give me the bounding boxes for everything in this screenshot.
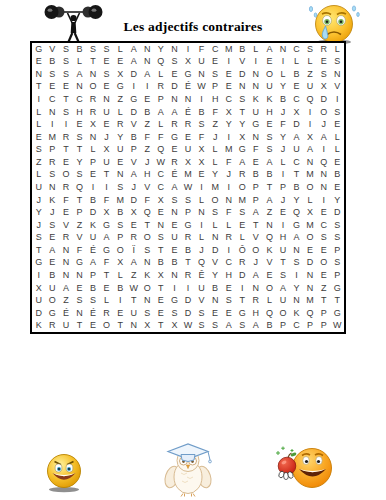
cell-r17c9: S <box>141 244 155 257</box>
cell-r9c6: X <box>100 144 114 157</box>
cell-r18c3: N <box>59 257 73 270</box>
cell-r17c17: O <box>249 244 263 257</box>
cell-r4c13: W <box>195 81 209 94</box>
cell-r2c10: Q <box>154 56 168 69</box>
cell-r18c16: R <box>235 257 249 270</box>
cell-r5c2: C <box>46 93 60 106</box>
cell-r15c2: S <box>46 219 60 232</box>
cell-r19c23: P <box>330 269 344 282</box>
cell-r19c14: Y <box>208 269 222 282</box>
cell-r3c7: X <box>113 68 127 81</box>
cell-r16c21: O <box>303 231 317 244</box>
cell-r4c2: E <box>46 81 60 94</box>
cell-r15c22: C <box>317 219 331 232</box>
cell-r8c2: M <box>46 131 60 144</box>
cell-r23c21: P <box>303 319 317 332</box>
cell-r19c16: D <box>235 269 249 282</box>
cell-r6c20: X <box>290 106 304 119</box>
cell-r22c23: G <box>330 307 344 320</box>
cell-r19c22: E <box>317 269 331 282</box>
cell-r4c11: D <box>168 81 182 94</box>
cell-r7c2: I <box>46 118 60 131</box>
cell-r19c21: N <box>303 269 317 282</box>
crying-emoji-svg <box>298 2 366 44</box>
cell-r10c14: L <box>208 156 222 169</box>
cell-r17c2: A <box>46 244 60 257</box>
cell-r3c16: D <box>235 68 249 81</box>
cell-r1c17: L <box>249 43 263 56</box>
cell-r13c16: M <box>235 194 249 207</box>
cell-r22c17: H <box>249 307 263 320</box>
cell-r8c13: F <box>195 131 209 144</box>
cell-r20c7: B <box>113 282 127 295</box>
cell-r16c17: V <box>249 231 263 244</box>
cell-r3c13: N <box>195 68 209 81</box>
cell-r4c4: N <box>73 81 87 94</box>
cell-r4c16: N <box>235 81 249 94</box>
cell-r3c22: S <box>317 68 331 81</box>
cell-r6c13: B <box>195 106 209 119</box>
cell-r12c12: W <box>181 181 195 194</box>
cell-r3c1: N <box>32 68 46 81</box>
cell-r21c3: Z <box>59 294 73 307</box>
cell-r9c19: J <box>276 144 290 157</box>
cell-r19c9: K <box>141 269 155 282</box>
cell-r13c11: S <box>168 194 182 207</box>
cell-r5c5: R <box>86 93 100 106</box>
cell-r12c23: E <box>330 181 344 194</box>
cell-r12c7: S <box>113 181 127 194</box>
cell-r19c1: I <box>32 269 46 282</box>
cell-r3c4: A <box>73 68 87 81</box>
cell-r8c16: X <box>235 131 249 144</box>
cell-r5c19: B <box>276 93 290 106</box>
cell-r7c18: E <box>263 118 277 131</box>
cell-r1c22: R <box>317 43 331 56</box>
cell-r9c10: Q <box>154 144 168 157</box>
cell-r9c1: S <box>32 144 46 157</box>
cell-r14c10: E <box>154 206 168 219</box>
cell-r7c20: D <box>290 118 304 131</box>
cell-r21c14: N <box>208 294 222 307</box>
cell-r16c15: R <box>222 231 236 244</box>
cell-r18c13: Q <box>195 257 209 270</box>
cell-r21c17: R <box>249 294 263 307</box>
cell-r8c1: E <box>32 131 46 144</box>
cell-r19c13: Ê <box>195 269 209 282</box>
grinning-smiley-svg <box>43 451 85 493</box>
cell-r18c5: A <box>86 257 100 270</box>
worksheet-page: Les adjectifs contraires <box>0 0 386 500</box>
cell-r20c12: I <box>181 282 195 295</box>
cell-r2c18: E <box>263 56 277 69</box>
cell-r21c23: T <box>330 294 344 307</box>
cell-r18c15: C <box>222 257 236 270</box>
cell-r18c14: V <box>208 257 222 270</box>
cell-r4c14: P <box>208 81 222 94</box>
cell-r22c9: S <box>141 307 155 320</box>
cell-r1c18: A <box>263 43 277 56</box>
cell-r10c8: V <box>127 156 141 169</box>
cell-r23c7: T <box>113 319 127 332</box>
grinning-smiley-icon <box>43 451 85 497</box>
cell-r23c11: X <box>168 319 182 332</box>
cell-r15c18: N <box>263 219 277 232</box>
cell-r13c21: L <box>303 194 317 207</box>
cell-r17c11: E <box>168 244 182 257</box>
cell-r13c9: F <box>141 194 155 207</box>
cell-r22c12: D <box>181 307 195 320</box>
cell-r8c11: G <box>168 131 182 144</box>
cell-r22c15: E <box>222 307 236 320</box>
cell-r13c7: M <box>113 194 127 207</box>
cell-r4c6: E <box>100 81 114 94</box>
cell-r9c20: U <box>290 144 304 157</box>
cell-r20c9: O <box>141 282 155 295</box>
cell-r8c14: J <box>208 131 222 144</box>
cell-r3c18: O <box>263 68 277 81</box>
cell-r15c21: M <box>303 219 317 232</box>
cell-r23c20: C <box>290 319 304 332</box>
cell-r17c3: N <box>59 244 73 257</box>
cell-r19c3: N <box>59 269 73 282</box>
cell-r20c22: Z <box>317 282 331 295</box>
cell-r7c7: R <box>113 118 127 131</box>
cell-r11c9: H <box>141 169 155 182</box>
cell-r18c7: X <box>113 257 127 270</box>
cell-r17c22: E <box>317 244 331 257</box>
cell-r22c19: O <box>276 307 290 320</box>
cell-r19c19: S <box>276 269 290 282</box>
cell-r2c16: V <box>235 56 249 69</box>
cell-r22c8: U <box>127 307 141 320</box>
cell-r18c4: G <box>73 257 87 270</box>
cell-r11c14: Y <box>208 169 222 182</box>
cell-r18c12: T <box>181 257 195 270</box>
cell-r10c21: N <box>303 156 317 169</box>
cell-r8c15: I <box>222 131 236 144</box>
cell-r6c14: F <box>208 106 222 119</box>
cell-r16c20: A <box>290 231 304 244</box>
cell-r3c14: S <box>208 68 222 81</box>
cell-r5c21: Q <box>303 93 317 106</box>
cell-r22c4: N <box>73 307 87 320</box>
cell-r18c23: S <box>330 257 344 270</box>
cell-r5c22: D <box>317 93 331 106</box>
cell-r9c3: T <box>59 144 73 157</box>
cell-r4c7: G <box>113 81 127 94</box>
cell-r10c18: A <box>263 156 277 169</box>
cell-r19c18: E <box>263 269 277 282</box>
cell-r3c5: N <box>86 68 100 81</box>
cell-r3c10: L <box>154 68 168 81</box>
cell-r14c9: Q <box>141 206 155 219</box>
cell-r18c1: G <box>32 257 46 270</box>
cell-r14c22: E <box>317 206 331 219</box>
cell-r6c15: X <box>222 106 236 119</box>
cell-r13c18: A <box>263 194 277 207</box>
cell-r16c3: R <box>59 231 73 244</box>
cell-r18c19: T <box>276 257 290 270</box>
cell-r23c22: P <box>317 319 331 332</box>
cell-r9c4: T <box>73 144 87 157</box>
cell-r15c11: E <box>168 219 182 232</box>
cell-r5c3: T <box>59 93 73 106</box>
cell-r1c3: S <box>59 43 73 56</box>
cell-r5c4: C <box>73 93 87 106</box>
cell-r22c6: R <box>100 307 114 320</box>
cell-r6c21: I <box>303 106 317 119</box>
cell-r2c21: L <box>303 56 317 69</box>
cell-r7c6: E <box>100 118 114 131</box>
cell-r5c10: P <box>154 93 168 106</box>
cell-r17c16: Ô <box>235 244 249 257</box>
cell-r11c18: B <box>263 169 277 182</box>
cell-r3c12: G <box>181 68 195 81</box>
cell-r3c9: A <box>141 68 155 81</box>
cell-r4c1: T <box>32 81 46 94</box>
cell-r9c2: P <box>46 144 60 157</box>
smiley-with-apple-icon <box>274 442 334 498</box>
cell-r6c19: J <box>276 106 290 119</box>
cell-r3c17: N <box>249 68 263 81</box>
cell-r19c4: N <box>73 269 87 282</box>
cell-r19c12: R <box>181 269 195 282</box>
cell-r23c5: E <box>86 319 100 332</box>
cell-r13c17: P <box>249 194 263 207</box>
cell-r23c1: K <box>32 319 46 332</box>
cell-r2c12: X <box>181 56 195 69</box>
cell-r16c9: O <box>141 231 155 244</box>
cell-r20c10: T <box>154 282 168 295</box>
cell-r14c21: X <box>303 206 317 219</box>
cell-r9c14: L <box>208 144 222 157</box>
cell-r23c13: S <box>195 319 209 332</box>
cell-r14c12: P <box>181 206 195 219</box>
cell-r21c16: T <box>235 294 249 307</box>
cell-r7c16: Y <box>235 118 249 131</box>
cell-r13c15: N <box>222 194 236 207</box>
cell-r18c2: E <box>46 257 60 270</box>
cell-r1c4: B <box>73 43 87 56</box>
cell-r20c4: E <box>73 282 87 295</box>
cell-r14c8: X <box>127 206 141 219</box>
cell-r3c3: S <box>59 68 73 81</box>
cell-r21c7: I <box>113 294 127 307</box>
cell-r11c22: N <box>317 169 331 182</box>
cell-r5c1: I <box>32 93 46 106</box>
cell-r12c9: V <box>141 181 155 194</box>
cell-r16c19: H <box>276 231 290 244</box>
cell-r6c8: D <box>127 106 141 119</box>
cell-r2c23: S <box>330 56 344 69</box>
cell-r20c17: N <box>249 282 263 295</box>
cell-r8c18: S <box>263 131 277 144</box>
cell-r14c18: Z <box>263 206 277 219</box>
cell-r23c19: P <box>276 319 290 332</box>
cell-r1c6: S <box>100 43 114 56</box>
cell-r19c15: H <box>222 269 236 282</box>
cell-r12c11: A <box>168 181 182 194</box>
cell-r8c3: R <box>59 131 73 144</box>
cell-r10c16: A <box>235 156 249 169</box>
cell-r6c7: L <box>113 106 127 119</box>
cell-r3c2: S <box>46 68 60 81</box>
cell-r12c6: I <box>100 181 114 194</box>
cell-r5c17: K <box>249 93 263 106</box>
cell-r7c17: G <box>249 118 263 131</box>
cell-r6c6: U <box>100 106 114 119</box>
cell-r14c17: A <box>249 206 263 219</box>
cell-r18c20: S <box>290 257 304 270</box>
cell-r7c8: V <box>127 118 141 131</box>
cell-r22c13: S <box>195 307 209 320</box>
cell-r21c5: S <box>86 294 100 307</box>
cell-r10c23: E <box>330 156 344 169</box>
cell-r12c5: I <box>86 181 100 194</box>
cell-r17c14: D <box>208 244 222 257</box>
cell-r19c7: L <box>113 269 127 282</box>
cell-r13c23: Y <box>330 194 344 207</box>
cell-r19c5: P <box>86 269 100 282</box>
cell-r9c17: F <box>249 144 263 157</box>
cell-r13c1: J <box>32 194 46 207</box>
cell-r9c23: L <box>330 144 344 157</box>
cell-r1c20: C <box>290 43 304 56</box>
cell-r13c13: L <box>195 194 209 207</box>
cell-r19c11: N <box>168 269 182 282</box>
cell-r2c9: N <box>141 56 155 69</box>
cell-r21c12: D <box>181 294 195 307</box>
cell-r15c12: G <box>181 219 195 232</box>
cell-r21c9: N <box>141 294 155 307</box>
cell-r19c10: X <box>154 269 168 282</box>
cell-r7c21: I <box>303 118 317 131</box>
cell-r16c2: E <box>46 231 60 244</box>
cell-r16c22: S <box>317 231 331 244</box>
cell-r7c4: E <box>73 118 87 131</box>
cell-r5c15: C <box>222 93 236 106</box>
word-search-grid: GVSBSSLANYNIFCMBLANCSRLEBSLTEEANQSXUEIVI… <box>30 41 346 334</box>
cell-r4c10: R <box>154 81 168 94</box>
cell-r10c2: R <box>46 156 60 169</box>
cell-r10c4: Y <box>73 156 87 169</box>
cell-r12c16: O <box>235 181 249 194</box>
cell-r21c2: O <box>46 294 60 307</box>
cell-r20c13: U <box>195 282 209 295</box>
cell-r15c8: E <box>127 219 141 232</box>
cell-r10c13: X <box>195 156 209 169</box>
cell-r12c22: N <box>317 181 331 194</box>
cell-r16c6: A <box>100 231 114 244</box>
cell-r5c18: K <box>263 93 277 106</box>
cell-r7c1: L <box>32 118 46 131</box>
cell-r2c7: E <box>113 56 127 69</box>
cell-r17c19: U <box>276 244 290 257</box>
cell-r15c13: I <box>195 219 209 232</box>
cell-r1c15: M <box>222 43 236 56</box>
cell-r8c17: N <box>249 131 263 144</box>
cell-r18c11: B <box>168 257 182 270</box>
cell-r5c9: E <box>141 93 155 106</box>
cell-r12c21: O <box>303 181 317 194</box>
cell-r13c2: K <box>46 194 60 207</box>
cell-r1c13: F <box>195 43 209 56</box>
cell-r10c19: L <box>276 156 290 169</box>
cell-r2c2: B <box>46 56 60 69</box>
cell-r2c5: T <box>86 56 100 69</box>
cell-r2c1: E <box>32 56 46 69</box>
cell-r6c18: H <box>263 106 277 119</box>
cell-r15c15: L <box>222 219 236 232</box>
cell-r11c12: M <box>181 169 195 182</box>
cell-r4c20: E <box>290 81 304 94</box>
cell-r2c13: U <box>195 56 209 69</box>
cell-r6c10: A <box>154 106 168 119</box>
cell-r15c14: L <box>208 219 222 232</box>
graduate-owl-icon <box>157 439 219 500</box>
cell-r23c12: W <box>181 319 195 332</box>
cell-r9c7: U <box>113 144 127 157</box>
cell-r19c6: T <box>100 269 114 282</box>
cell-r16c12: R <box>181 231 195 244</box>
cell-r2c19: I <box>276 56 290 69</box>
cell-r21c1: U <box>32 294 46 307</box>
cell-r11c15: J <box>222 169 236 182</box>
cell-r5c20: C <box>290 93 304 106</box>
cell-r23c3: U <box>59 319 73 332</box>
cell-r2c17: I <box>249 56 263 69</box>
cell-r12c18: T <box>263 181 277 194</box>
cell-r18c22: O <box>317 257 331 270</box>
cell-r1c8: A <box>127 43 141 56</box>
cell-r18c8: A <box>127 257 141 270</box>
cell-r10c12: X <box>181 156 195 169</box>
cell-r23c2: R <box>46 319 60 332</box>
cell-r10c20: C <box>290 156 304 169</box>
cell-r14c7: B <box>113 206 127 219</box>
cell-r8c23: L <box>330 131 344 144</box>
cell-r6c11: A <box>168 106 182 119</box>
cell-r19c17: A <box>249 269 263 282</box>
cell-r23c18: B <box>263 319 277 332</box>
cell-r13c8: D <box>127 194 141 207</box>
cell-r12c19: P <box>276 181 290 194</box>
cell-r11c17: B <box>249 169 263 182</box>
cell-r3c20: B <box>290 68 304 81</box>
cell-r6c2: N <box>46 106 60 119</box>
cell-r10c17: E <box>249 156 263 169</box>
cell-r6c22: O <box>317 106 331 119</box>
cell-r21c4: S <box>73 294 87 307</box>
cell-r5c8: G <box>127 93 141 106</box>
cell-r2c6: E <box>100 56 114 69</box>
cell-r10c9: J <box>141 156 155 169</box>
cell-r20c6: E <box>100 282 114 295</box>
cell-r9c22: I <box>317 144 331 157</box>
cell-r5c23: I <box>330 93 344 106</box>
cell-r9c11: E <box>168 144 182 157</box>
cell-r7c15: Y <box>222 118 236 131</box>
cell-r17c6: G <box>100 244 114 257</box>
cell-r10c15: F <box>222 156 236 169</box>
cell-r12c14: M <box>208 181 222 194</box>
cell-r14c5: D <box>86 206 100 219</box>
cell-r15c3: V <box>59 219 73 232</box>
cell-r1c14: C <box>208 43 222 56</box>
cell-r11c3: O <box>59 169 73 182</box>
cell-r9c8: P <box>127 144 141 157</box>
